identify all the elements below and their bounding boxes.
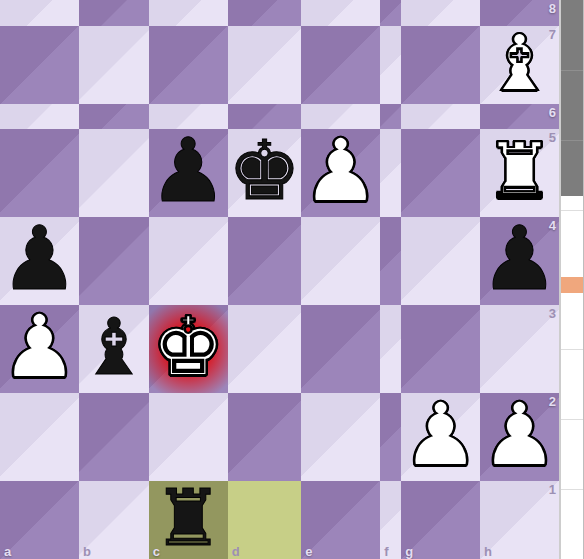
eval-gauge-black-share [561,0,583,196]
coord-rank-2: 2 [549,395,556,408]
square-c2[interactable] [149,393,228,481]
piece-black-bishop[interactable]: ♝ [79,308,149,386]
square-a2[interactable] [0,393,79,481]
square-b7[interactable] [79,26,149,104]
piece-white-bishop[interactable]: ♝ [485,24,555,102]
coord-file-c: c [153,545,160,558]
square-b2[interactable] [79,393,149,481]
square-e1[interactable]: e [301,481,380,559]
square-b3[interactable]: ♝ [79,305,149,393]
eval-gauge-tick [561,419,583,420]
coord-file-d: d [232,545,240,558]
square-e4[interactable] [301,217,380,305]
square-g7[interactable] [401,26,480,104]
square-b8[interactable] [79,0,149,26]
square-c4[interactable] [149,217,228,305]
square-a5[interactable] [0,129,79,217]
square-g5[interactable] [401,129,480,217]
coord-rank-6: 6 [549,106,556,119]
piece-black-rook[interactable]: ♜ [153,479,223,557]
piece-white-rook[interactable]: ♜ [485,132,555,210]
square-h5[interactable]: ♜5 [480,129,559,217]
piece-black-pawn[interactable]: ♟ [480,215,559,303]
eval-gauge-tick [561,210,583,211]
square-g4[interactable] [401,217,480,305]
square-b4[interactable] [79,217,149,305]
square-b5[interactable] [79,129,149,217]
square-b6[interactable] [79,104,149,130]
square-f3[interactable] [380,305,401,393]
square-e3[interactable] [301,305,380,393]
square-g3[interactable] [401,305,480,393]
square-d4[interactable] [228,217,302,305]
coord-rank-4: 4 [549,219,556,232]
square-e2[interactable] [301,393,380,481]
square-d7[interactable] [228,26,302,104]
square-h7[interactable]: ♝7 [480,26,559,104]
square-a6[interactable] [0,104,79,130]
square-d5[interactable]: ♚ [228,129,302,217]
piece-white-pawn[interactable]: ♟ [480,391,559,479]
coord-rank-7: 7 [549,28,556,41]
coord-rank-3: 3 [549,307,556,320]
square-h4[interactable]: ♟4 [480,217,559,305]
square-f6[interactable] [380,104,401,130]
coord-file-h: h [484,545,492,558]
square-h3[interactable]: 3 [480,305,559,393]
square-e8[interactable] [301,0,380,26]
square-c7[interactable] [149,26,228,104]
square-f1[interactable]: f [380,481,401,559]
square-d1[interactable]: d [228,481,302,559]
square-c5[interactable]: ♟ [149,129,228,217]
square-a3[interactable]: ♟ [0,305,79,393]
coord-rank-1: 1 [549,483,556,496]
coord-file-e: e [305,545,312,558]
coord-file-g: g [405,545,413,558]
square-g8[interactable] [401,0,480,26]
square-d2[interactable] [228,393,302,481]
square-g1[interactable]: g [401,481,480,559]
eval-gauge-tick [561,489,583,490]
coord-file-f: f [384,545,388,558]
coord-rank-5: 5 [549,131,556,144]
square-f2[interactable] [380,393,401,481]
piece-black-pawn[interactable]: ♟ [0,215,79,303]
square-f7[interactable] [380,26,401,104]
coord-rank-8: 8 [549,2,556,15]
square-f4[interactable] [380,217,401,305]
square-c3[interactable]: ♚ [149,305,228,393]
chess-board: 8♝76♟♚♟♜5♟♟4♟♝♚3♟♟2ab♜cdefgh1 [0,0,559,559]
eval-gauge-marker [561,277,583,293]
piece-black-pawn[interactable]: ♟ [149,127,228,215]
square-c8[interactable] [149,0,228,26]
eval-gauge-tick [561,349,583,350]
piece-white-pawn[interactable]: ♟ [401,391,480,479]
square-a4[interactable]: ♟ [0,217,79,305]
eval-gauge [559,0,584,559]
square-h1[interactable]: h1 [480,481,559,559]
square-e7[interactable] [301,26,380,104]
coord-file-a: a [4,545,11,558]
square-b1[interactable]: b [79,481,149,559]
square-c1[interactable]: ♜c [149,481,228,559]
square-f5[interactable] [380,129,401,217]
square-a8[interactable] [0,0,79,26]
chess-analysis-screen: 8♝76♟♚♟♜5♟♟4♟♝♚3♟♟2ab♜cdefgh1 [0,0,584,559]
piece-black-king[interactable]: ♚ [228,130,302,212]
piece-white-pawn[interactable]: ♟ [0,303,79,391]
square-d8[interactable] [228,0,302,26]
eval-gauge-tick [561,70,583,71]
piece-white-king[interactable]: ♚ [152,306,226,388]
square-f8[interactable] [380,0,401,26]
square-g6[interactable] [401,104,480,130]
square-a1[interactable]: a [0,481,79,559]
square-d3[interactable] [228,305,302,393]
coord-file-b: b [83,545,91,558]
square-g2[interactable]: ♟ [401,393,480,481]
eval-gauge-tick [561,140,583,141]
piece-white-pawn[interactable]: ♟ [301,127,380,215]
square-a7[interactable] [0,26,79,104]
square-h2[interactable]: ♟2 [480,393,559,481]
square-e5[interactable]: ♟ [301,129,380,217]
